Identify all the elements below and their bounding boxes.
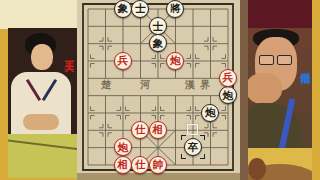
top-left-backdrop bbox=[0, 0, 77, 29]
piece-glyph: 將 bbox=[170, 2, 181, 15]
left-player-photo: 王天一 bbox=[8, 28, 77, 178]
right-wood-shadow bbox=[248, 158, 266, 180]
piece-glyph: 炮 bbox=[118, 141, 129, 154]
right-player-hand bbox=[248, 73, 282, 104]
river-char-han: 漢 bbox=[184, 79, 196, 91]
piece-red-帥[interactable]: 帥 bbox=[149, 156, 167, 174]
last-move-corner-marker bbox=[181, 154, 186, 159]
piece-glyph: 兵 bbox=[223, 71, 234, 84]
piece-glyph: 炮 bbox=[170, 54, 181, 67]
river-char-chu: 楚 bbox=[100, 79, 112, 91]
piece-glyph: 炮 bbox=[205, 106, 216, 119]
piece-glyph: 象 bbox=[153, 37, 164, 50]
piece-glyph: 仕 bbox=[135, 123, 146, 136]
left-player-calligraphy: 王天一 bbox=[62, 52, 76, 58]
piece-glyph: 炮 bbox=[223, 89, 234, 102]
right-player-photo: 郑惟桐 bbox=[248, 0, 312, 180]
piece-glyph: 相 bbox=[153, 123, 164, 136]
river-char-jie: 界 bbox=[199, 79, 211, 91]
piece-black-象[interactable]: 象 bbox=[114, 0, 132, 18]
piece-red-兵[interactable]: 兵 bbox=[219, 69, 237, 87]
piece-red-兵[interactable]: 兵 bbox=[114, 52, 132, 70]
piece-glyph: 相 bbox=[118, 158, 129, 171]
last-move-corner-marker bbox=[181, 135, 186, 140]
piece-black-炮[interactable]: 炮 bbox=[201, 104, 219, 122]
piece-glyph: 卒 bbox=[188, 141, 199, 154]
piece-glyph: 象 bbox=[118, 2, 129, 15]
right-backdrop-banner bbox=[248, 0, 312, 28]
piece-black-士[interactable]: 士 bbox=[149, 17, 167, 35]
piece-red-相[interactable]: 相 bbox=[114, 156, 132, 174]
piece-red-仕[interactable]: 仕 bbox=[131, 121, 149, 139]
river-char-he: 河 bbox=[139, 79, 151, 91]
piece-red-仕[interactable]: 仕 bbox=[131, 156, 149, 174]
piece-red-相[interactable]: 相 bbox=[149, 121, 167, 139]
piece-red-炮[interactable]: 炮 bbox=[166, 52, 184, 70]
left-player-face bbox=[31, 44, 53, 70]
piece-black-士[interactable]: 士 bbox=[131, 0, 149, 18]
right-player-calligraphy: 郑惟桐 bbox=[298, 64, 312, 67]
last-move-origin-marker bbox=[187, 124, 198, 135]
glasses-lens bbox=[259, 55, 274, 65]
board-bottom-shadow bbox=[77, 173, 240, 180]
xiangqi-board-panel: 楚 河 漢 界 象士將士象炮炮卒兵炮兵仕相炮相仕帥 bbox=[77, 0, 248, 180]
piece-glyph: 士 bbox=[153, 20, 164, 33]
last-move-corner-marker bbox=[200, 135, 205, 140]
last-move-corner-marker bbox=[200, 154, 205, 159]
piece-black-炮[interactable]: 炮 bbox=[219, 86, 237, 104]
right-player-glasses bbox=[259, 55, 292, 65]
piece-glyph: 仕 bbox=[135, 158, 146, 171]
piece-black-將[interactable]: 將 bbox=[166, 0, 184, 18]
piece-glyph: 兵 bbox=[118, 54, 129, 67]
left-player-hands bbox=[23, 114, 59, 130]
piece-glyph: 帥 bbox=[153, 158, 164, 171]
piece-black-象[interactable]: 象 bbox=[149, 34, 167, 52]
piece-glyph: 士 bbox=[135, 2, 146, 15]
thumbnail-stage: 王天一 楚 河 漢 界 象士將士象炮炮卒兵炮兵仕相炮相仕帥 郑惟桐 bbox=[0, 0, 320, 180]
piece-red-炮[interactable]: 炮 bbox=[114, 138, 132, 156]
piece-black-卒[interactable]: 卒 bbox=[184, 138, 202, 156]
glasses-lens bbox=[277, 55, 292, 65]
board-right-shadow bbox=[240, 0, 248, 180]
